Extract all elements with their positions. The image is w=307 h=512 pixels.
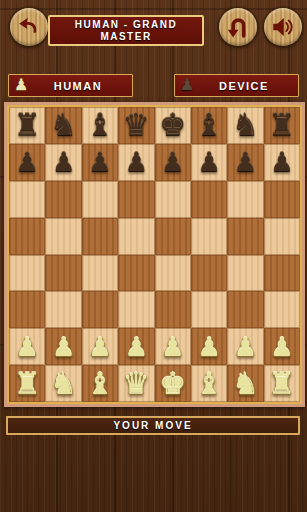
status-bar: YOUR MOVE <box>6 416 300 435</box>
black-rook[interactable]: ♜ <box>268 110 295 140</box>
player-bar-device[interactable]: ♟ DEVICE <box>174 74 299 97</box>
black-pawn[interactable]: ♟ <box>125 149 148 175</box>
square-g5[interactable] <box>227 218 263 255</box>
player-human-label: HUMAN <box>30 80 132 92</box>
square-h8[interactable]: ♜ <box>264 107 300 144</box>
title-line1: HUMAN - GRAND <box>75 19 177 31</box>
board-inner-border: ♜♞♝♛♚♝♞♜♟♟♟♟♟♟♟♟♟♟♟♟♟♟♟♟♜♞♝♛♚♝♞♜ <box>7 105 302 404</box>
square-f2[interactable]: ♟ <box>191 328 227 365</box>
square-d1[interactable]: ♛ <box>118 365 154 402</box>
black-knight[interactable]: ♞ <box>50 110 77 140</box>
square-h4[interactable] <box>264 255 300 292</box>
square-d6[interactable] <box>118 181 154 218</box>
undo-button[interactable] <box>219 8 257 46</box>
white-bishop[interactable]: ♝ <box>86 369 113 399</box>
undo-icon <box>225 14 251 40</box>
square-a3[interactable] <box>9 291 45 328</box>
player-device-label: DEVICE <box>196 80 298 92</box>
black-pawn[interactable]: ♟ <box>52 149 75 175</box>
square-b8[interactable]: ♞ <box>45 107 81 144</box>
square-h7[interactable]: ♟ <box>264 144 300 181</box>
square-g8[interactable]: ♞ <box>227 107 263 144</box>
white-pawn[interactable]: ♟ <box>270 334 293 360</box>
white-pawn[interactable]: ♟ <box>52 334 75 360</box>
black-pawn[interactable]: ♟ <box>16 149 39 175</box>
back-arrow-icon <box>16 14 42 40</box>
square-c2[interactable]: ♟ <box>82 328 118 365</box>
chess-board[interactable]: ♜♞♝♛♚♝♞♜♟♟♟♟♟♟♟♟♟♟♟♟♟♟♟♟♜♞♝♛♚♝♞♜ <box>9 107 300 402</box>
white-pawn-icon: ♟ <box>14 77 30 93</box>
square-d2[interactable]: ♟ <box>118 328 154 365</box>
square-e1[interactable]: ♚ <box>155 365 191 402</box>
square-f4[interactable] <box>191 255 227 292</box>
white-knight[interactable]: ♞ <box>50 369 77 399</box>
square-b5[interactable] <box>45 218 81 255</box>
square-a8[interactable]: ♜ <box>9 107 45 144</box>
square-a2[interactable]: ♟ <box>9 328 45 365</box>
square-g3[interactable] <box>227 291 263 328</box>
square-a4[interactable] <box>9 255 45 292</box>
square-g2[interactable]: ♟ <box>227 328 263 365</box>
white-pawn[interactable]: ♟ <box>88 334 111 360</box>
white-pawn[interactable]: ♟ <box>161 334 184 360</box>
square-f1[interactable]: ♝ <box>191 365 227 402</box>
square-c4[interactable] <box>82 255 118 292</box>
back-button[interactable] <box>10 8 48 46</box>
square-b2[interactable]: ♟ <box>45 328 81 365</box>
black-bishop[interactable]: ♝ <box>196 110 223 140</box>
square-c1[interactable]: ♝ <box>82 365 118 402</box>
square-d4[interactable] <box>118 255 154 292</box>
square-b7[interactable]: ♟ <box>45 144 81 181</box>
white-queen[interactable]: ♛ <box>123 369 150 399</box>
status-label: YOUR MOVE <box>113 420 192 431</box>
black-pawn[interactable]: ♟ <box>88 149 111 175</box>
dark-pawn-icon: ♟ <box>180 77 196 93</box>
white-rook[interactable]: ♜ <box>268 369 295 399</box>
square-d5[interactable] <box>118 218 154 255</box>
square-f7[interactable]: ♟ <box>191 144 227 181</box>
square-h1[interactable]: ♜ <box>264 365 300 402</box>
square-b1[interactable]: ♞ <box>45 365 81 402</box>
square-e6[interactable] <box>155 181 191 218</box>
square-d7[interactable]: ♟ <box>118 144 154 181</box>
square-g1[interactable]: ♞ <box>227 365 263 402</box>
black-king[interactable]: ♚ <box>159 110 186 140</box>
square-e5[interactable] <box>155 218 191 255</box>
square-e8[interactable]: ♚ <box>155 107 191 144</box>
sound-button[interactable] <box>264 8 302 46</box>
title-line2: MASTER <box>100 31 151 43</box>
square-e7[interactable]: ♟ <box>155 144 191 181</box>
square-c3[interactable] <box>82 291 118 328</box>
white-bishop[interactable]: ♝ <box>196 369 223 399</box>
black-bishop[interactable]: ♝ <box>86 110 113 140</box>
white-king[interactable]: ♚ <box>159 369 186 399</box>
square-c6[interactable] <box>82 181 118 218</box>
square-h6[interactable] <box>264 181 300 218</box>
square-b6[interactable] <box>45 181 81 218</box>
square-h3[interactable] <box>264 291 300 328</box>
white-pawn[interactable]: ♟ <box>234 334 257 360</box>
square-f5[interactable] <box>191 218 227 255</box>
square-d8[interactable]: ♛ <box>118 107 154 144</box>
square-a6[interactable] <box>9 181 45 218</box>
white-rook[interactable]: ♜ <box>14 369 41 399</box>
square-f6[interactable] <box>191 181 227 218</box>
black-pawn[interactable]: ♟ <box>270 149 293 175</box>
square-e2[interactable]: ♟ <box>155 328 191 365</box>
square-g6[interactable] <box>227 181 263 218</box>
white-pawn[interactable]: ♟ <box>197 334 220 360</box>
black-pawn[interactable]: ♟ <box>197 149 220 175</box>
player-bar-human[interactable]: ♟ HUMAN <box>8 74 133 97</box>
square-e4[interactable] <box>155 255 191 292</box>
square-a5[interactable] <box>9 218 45 255</box>
black-rook[interactable]: ♜ <box>14 110 41 140</box>
square-h5[interactable] <box>264 218 300 255</box>
black-pawn[interactable]: ♟ <box>161 149 184 175</box>
white-pawn[interactable]: ♟ <box>16 334 39 360</box>
black-queen[interactable]: ♛ <box>123 110 150 140</box>
game-mode-title: HUMAN - GRAND MASTER <box>48 15 204 46</box>
square-f8[interactable]: ♝ <box>191 107 227 144</box>
square-a7[interactable]: ♟ <box>9 144 45 181</box>
sound-icon <box>270 14 296 40</box>
square-e3[interactable] <box>155 291 191 328</box>
square-f3[interactable] <box>191 291 227 328</box>
black-knight[interactable]: ♞ <box>232 110 259 140</box>
board-frame: ♜♞♝♛♚♝♞♜♟♟♟♟♟♟♟♟♟♟♟♟♟♟♟♟♜♞♝♛♚♝♞♜ <box>4 102 305 407</box>
square-c8[interactable]: ♝ <box>82 107 118 144</box>
square-g7[interactable]: ♟ <box>227 144 263 181</box>
square-b3[interactable] <box>45 291 81 328</box>
white-knight[interactable]: ♞ <box>232 369 259 399</box>
square-b4[interactable] <box>45 255 81 292</box>
white-pawn[interactable]: ♟ <box>125 334 148 360</box>
square-a1[interactable]: ♜ <box>9 365 45 402</box>
square-g4[interactable] <box>227 255 263 292</box>
chess-app: HUMAN - GRAND MASTER ♟ HUMAN ♟ DEVICE ♜♞… <box>0 0 307 512</box>
square-c5[interactable] <box>82 218 118 255</box>
square-c7[interactable]: ♟ <box>82 144 118 181</box>
black-pawn[interactable]: ♟ <box>234 149 257 175</box>
square-d3[interactable] <box>118 291 154 328</box>
square-h2[interactable]: ♟ <box>264 328 300 365</box>
